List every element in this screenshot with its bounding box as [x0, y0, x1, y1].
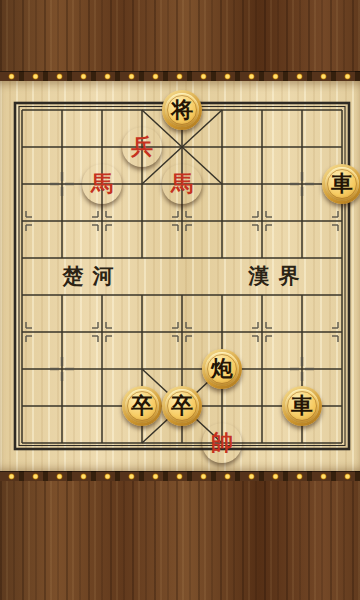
piece-black-chariot[interactable]: 車 — [322, 164, 360, 204]
piece-red-horse[interactable]: 馬 — [82, 164, 122, 204]
piece-red-horse[interactable]: 馬 — [162, 164, 202, 204]
piece-black-chariot[interactable]: 車 — [282, 386, 322, 426]
piece-red-general[interactable]: 帥 — [202, 423, 242, 463]
piece-black-cannon[interactable]: 炮 — [202, 349, 242, 389]
piece-black-general[interactable]: 将 — [162, 90, 202, 130]
river-label-right: 漢界 — [224, 262, 324, 289]
piece-black-soldier[interactable]: 卒 — [122, 386, 162, 426]
piece-red-soldier[interactable]: 兵 — [122, 127, 162, 167]
piece-black-soldier[interactable]: 卒 — [162, 386, 202, 426]
top-wood-band — [0, 0, 360, 72]
bottom-wood-band — [0, 481, 360, 600]
river-label-left: 楚河 — [38, 262, 138, 289]
xiangqi-app: 楚河 漢界 将兵馬馬車炮卒卒車帥 帥 重来 设置 悔棋 菜单 提示 返回 — [0, 0, 360, 600]
